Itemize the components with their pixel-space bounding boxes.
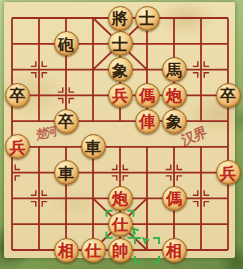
piece-red-elephant[interactable]: 相 [162,238,187,263]
piece-glyph: 兵 [10,139,26,155]
move-arrow-chevron [144,239,150,245]
xiangqi-board-screen: 楚河 汉界 將士士砲象馬卒卒卒象車車兵傌炮俥兵兵炮傌仕相仕帥相 [0,0,243,269]
piece-red-chariot[interactable]: 俥 [135,109,160,134]
highlight-bracket [135,256,141,262]
piece-glyph: 兵 [112,88,128,104]
piece-glyph: 士 [139,11,155,27]
piece-glyph: 士 [112,36,128,52]
piece-glyph: 卒 [220,88,236,104]
piece-red-horse[interactable]: 傌 [162,186,187,211]
piece-black-chariot[interactable]: 車 [81,134,106,159]
piece-glyph: 兵 [220,165,236,181]
piece-glyph: 仕 [112,217,128,233]
piece-red-elephant[interactable]: 相 [54,238,79,263]
piece-black-soldier[interactable]: 卒 [216,83,241,108]
piece-black-soldier[interactable]: 卒 [5,83,30,108]
piece-glyph: 車 [58,165,74,181]
piece-glyph: 將 [112,11,128,27]
piece-glyph: 象 [112,62,128,78]
piece-glyph: 炮 [112,191,128,207]
piece-red-general[interactable]: 帥 [108,238,133,263]
piece-black-advisor[interactable]: 士 [108,31,133,56]
move-arrow-chevron [133,229,139,235]
piece-glyph: 卒 [58,114,74,130]
piece-glyph: 馬 [166,62,182,78]
piece-red-horse[interactable]: 傌 [135,83,160,108]
piece-red-cannon[interactable]: 炮 [162,83,187,108]
piece-red-soldier[interactable]: 兵 [216,160,241,185]
piece-black-elephant[interactable]: 象 [108,57,133,82]
piece-glyph: 仕 [85,243,101,259]
piece-black-chariot[interactable]: 車 [54,160,79,185]
piece-red-advisor[interactable]: 仕 [81,238,106,263]
highlight-bracket [153,256,159,262]
highlight-bracket [135,238,141,244]
piece-glyph: 俥 [139,114,155,130]
piece-black-general[interactable]: 將 [108,6,133,31]
piece-glyph: 車 [85,139,101,155]
piece-red-cannon[interactable]: 炮 [108,186,133,211]
piece-black-horse[interactable]: 馬 [162,57,187,82]
piece-glyph: 相 [58,243,74,259]
piece-glyph: 傌 [139,88,155,104]
piece-glyph: 卒 [10,88,26,104]
piece-black-advisor[interactable]: 士 [135,6,160,31]
piece-glyph: 象 [166,114,182,130]
piece-black-cannon[interactable]: 砲 [54,31,79,56]
piece-glyph: 傌 [166,191,182,207]
piece-glyph: 砲 [58,36,74,52]
piece-red-advisor[interactable]: 仕 [108,212,133,237]
highlight-bracket [153,238,159,244]
piece-black-soldier[interactable]: 卒 [54,109,79,134]
piece-glyph: 相 [166,243,182,259]
piece-black-elephant[interactable]: 象 [162,109,187,134]
piece-red-soldier[interactable]: 兵 [108,83,133,108]
piece-glyph: 炮 [166,88,182,104]
piece-glyph: 帥 [112,243,128,259]
